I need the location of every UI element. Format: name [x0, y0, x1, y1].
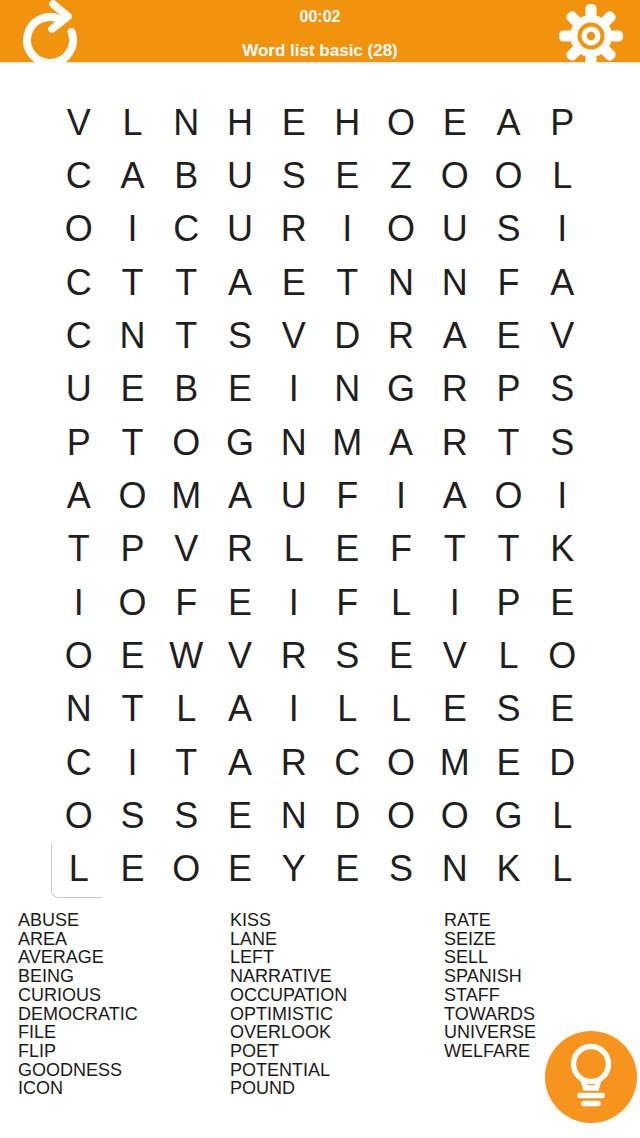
grid-cell[interactable]: P	[482, 363, 536, 416]
word-list-item: TOWARDS	[444, 1005, 536, 1024]
grid-cell[interactable]: A	[106, 149, 160, 202]
grid-cell[interactable]: A	[213, 469, 267, 522]
header-bar: 00:02 Word list basic (28)	[0, 0, 640, 62]
grid-cell[interactable]: E	[482, 736, 536, 789]
grid-cell[interactable]: R	[267, 736, 321, 789]
grid-cell[interactable]: L	[267, 523, 321, 576]
grid-cell[interactable]: I	[267, 683, 321, 736]
page-title: Word list basic (28)	[0, 41, 640, 61]
grid-cell[interactable]: V	[52, 96, 106, 149]
refresh-icon	[17, 68, 83, 83]
grid-cell[interactable]: Z	[374, 149, 428, 202]
word-list-item: WELFARE	[444, 1042, 536, 1061]
grid-cell[interactable]: L	[321, 683, 375, 736]
grid-cell[interactable]: R	[428, 363, 482, 416]
grid-cell[interactable]: I	[374, 469, 428, 522]
grid-cell[interactable]: E	[106, 629, 160, 682]
grid-cell[interactable]: L	[535, 843, 589, 896]
grid-cell[interactable]: P	[535, 96, 589, 149]
grid-cell[interactable]: O	[106, 576, 160, 629]
grid-cell[interactable]: C	[321, 736, 375, 789]
grid-cell[interactable]: E	[535, 683, 589, 736]
grid-cell[interactable]: C	[52, 309, 106, 362]
grid-cell[interactable]: N	[428, 256, 482, 309]
word-list-item: OCCUPATION	[230, 986, 347, 1005]
word-search-screen: 00:02 Word list basic (28)	[0, 0, 640, 1138]
grid-cell[interactable]: O	[374, 203, 428, 256]
grid-cell[interactable]: C	[52, 736, 106, 789]
grid-cell[interactable]: I	[106, 736, 160, 789]
grid-cell[interactable]: F	[321, 576, 375, 629]
grid-cell[interactable]: N	[267, 416, 321, 469]
grid-cell[interactable]: P	[106, 523, 160, 576]
grid-cell[interactable]: L	[535, 789, 589, 842]
grid-cell[interactable]: S	[535, 416, 589, 469]
grid-cell[interactable]: M	[428, 736, 482, 789]
word-list-item: OPTIMISTIC	[230, 1005, 347, 1024]
grid-cell[interactable]: T	[159, 736, 213, 789]
grid-cell[interactable]: O	[374, 789, 428, 842]
grid-cell[interactable]: N	[267, 789, 321, 842]
word-list-item: FLIP	[18, 1042, 138, 1061]
grid-cell[interactable]: N	[321, 363, 375, 416]
grid-cell[interactable]: H	[213, 96, 267, 149]
grid-cell[interactable]: L	[106, 96, 160, 149]
grid-cell[interactable]: F	[374, 523, 428, 576]
grid-cell[interactable]: S	[482, 203, 536, 256]
word-list-item: LANE	[230, 930, 347, 949]
grid-cell[interactable]: A	[428, 469, 482, 522]
grid-cell[interactable]: O	[428, 789, 482, 842]
word-list-item: POTENTIAL	[230, 1061, 347, 1080]
gear-icon	[553, 58, 629, 73]
grid-cell[interactable]: W	[159, 629, 213, 682]
grid-cell[interactable]: I	[267, 363, 321, 416]
grid-cell[interactable]: R	[374, 309, 428, 362]
word-list-item: AREA	[18, 930, 138, 949]
grid-cell[interactable]: P	[52, 416, 106, 469]
grid-cell[interactable]: K	[535, 523, 589, 576]
word-list-item: FILE	[18, 1023, 138, 1042]
grid-cell[interactable]: O	[52, 789, 106, 842]
grid-cell[interactable]: S	[213, 309, 267, 362]
word-list-item: UNIVERSE	[444, 1023, 536, 1042]
word-list-column: ABUSEAREAAVERAGEBEINGCURIOUSDEMOCRATICFI…	[18, 911, 138, 1098]
grid-cell[interactable]: U	[213, 203, 267, 256]
grid-cell[interactable]: U	[213, 149, 267, 202]
grid-cell[interactable]: L	[374, 683, 428, 736]
word-list-item: OVERLOOK	[230, 1023, 347, 1042]
grid-cell[interactable]: N	[428, 843, 482, 896]
grid-cell[interactable]: I	[106, 203, 160, 256]
grid-cell[interactable]: M	[321, 416, 375, 469]
grid-cell[interactable]: E	[213, 843, 267, 896]
grid-cell[interactable]: G	[213, 416, 267, 469]
grid-cell[interactable]: E	[321, 843, 375, 896]
grid-cell[interactable]: L	[535, 149, 589, 202]
settings-button[interactable]	[553, 0, 629, 70]
grid-cell[interactable]: E	[321, 149, 375, 202]
word-list-item: ICON	[18, 1079, 138, 1098]
grid-cell[interactable]: V	[213, 629, 267, 682]
grid-cell[interactable]: E	[482, 309, 536, 362]
grid-cell[interactable]: A	[213, 736, 267, 789]
word-list-item: KISS	[230, 911, 347, 930]
grid-cell[interactable]: R	[267, 203, 321, 256]
grid-cell[interactable]: D	[535, 736, 589, 789]
grid-cell[interactable]: O	[428, 149, 482, 202]
word-list-item: BEING	[18, 967, 138, 986]
grid-cell[interactable]: S	[321, 629, 375, 682]
grid-cell[interactable]: O	[52, 629, 106, 682]
grid-cell[interactable]: O	[52, 203, 106, 256]
grid-cell[interactable]: T	[159, 309, 213, 362]
grid-cell[interactable]: G	[374, 363, 428, 416]
grid-cell[interactable]: E	[213, 576, 267, 629]
word-list-item: SPANISH	[444, 967, 536, 986]
grid-cell[interactable]: K	[482, 843, 536, 896]
grid-cell[interactable]: S	[159, 789, 213, 842]
grid-cell[interactable]: O	[374, 736, 428, 789]
grid-cell[interactable]: A	[482, 96, 536, 149]
grid-cell[interactable]: B	[159, 363, 213, 416]
word-list-column: KISSLANELEFTNARRATIVEOCCUPATIONOPTIMISTI…	[230, 911, 347, 1098]
grid-cell[interactable]: I	[267, 576, 321, 629]
grid-cell[interactable]: R	[428, 416, 482, 469]
grid-cell[interactable]: U	[267, 469, 321, 522]
grid-cell[interactable]: S	[374, 843, 428, 896]
grid-cell[interactable]: S	[267, 149, 321, 202]
grid-cell[interactable]: S	[482, 683, 536, 736]
grid-cell[interactable]: C	[52, 256, 106, 309]
grid-cell[interactable]: E	[213, 789, 267, 842]
grid-cell[interactable]: A	[428, 309, 482, 362]
grid-cell[interactable]: U	[428, 203, 482, 256]
grid-cell[interactable]: Y	[267, 843, 321, 896]
grid-cell[interactable]: D	[321, 789, 375, 842]
grid-cell[interactable]: N	[374, 256, 428, 309]
grid-cell[interactable]: V	[428, 629, 482, 682]
grid-cell[interactable]: E	[106, 843, 160, 896]
grid-cell[interactable]: U	[52, 363, 106, 416]
grid-cell[interactable]: O	[106, 469, 160, 522]
grid-cell[interactable]: F	[159, 576, 213, 629]
grid-cell[interactable]: I	[535, 469, 589, 522]
grid-cell[interactable]: O	[159, 416, 213, 469]
word-list-item: GOODNESS	[18, 1061, 138, 1080]
word-list-item: AVERAGE	[18, 948, 138, 967]
hint-button[interactable]	[545, 1031, 637, 1123]
grid-cell[interactable]: V	[159, 523, 213, 576]
grid-cell[interactable]: N	[159, 96, 213, 149]
grid-cell[interactable]: T	[106, 256, 160, 309]
letter-grid: VLNHEHOEAPCABUSEZOOLOICURIOUSICTTAETNNFA…	[52, 96, 589, 896]
grid-cell[interactable]: P	[482, 576, 536, 629]
grid-cell[interactable]: S	[535, 363, 589, 416]
grid-cell[interactable]: E	[106, 363, 160, 416]
grid-cell[interactable]: I	[428, 576, 482, 629]
grid-cell[interactable]: T	[321, 256, 375, 309]
grid-cell[interactable]: T	[482, 523, 536, 576]
grid-cell[interactable]: A	[374, 416, 428, 469]
grid-cell[interactable]: L	[374, 576, 428, 629]
grid-cell[interactable]: N	[52, 683, 106, 736]
grid-cell[interactable]: F	[482, 256, 536, 309]
grid-cell[interactable]: H	[321, 96, 375, 149]
word-list-item: STAFF	[444, 986, 536, 1005]
word-list-item: POET	[230, 1042, 347, 1061]
grid-cell[interactable]: O	[159, 843, 213, 896]
grid-cell[interactable]: E	[267, 256, 321, 309]
grid-cell[interactable]: L	[159, 683, 213, 736]
grid-cell[interactable]: C	[52, 149, 106, 202]
grid-cell[interactable]: C	[159, 203, 213, 256]
partial-selection-outline	[51, 843, 102, 898]
grid-cell[interactable]: T	[428, 523, 482, 576]
timer: 00:02	[0, 8, 640, 26]
grid-cell[interactable]: O	[482, 469, 536, 522]
grid-cell[interactable]: A	[213, 256, 267, 309]
grid-cell[interactable]: E	[535, 576, 589, 629]
grid-cell[interactable]: O	[482, 149, 536, 202]
grid-cell[interactable]: T	[106, 416, 160, 469]
grid-cell[interactable]: T	[159, 256, 213, 309]
word-list-item: SELL	[444, 948, 536, 967]
word-list-item: SEIZE	[444, 930, 536, 949]
grid-cell[interactable]: T	[482, 416, 536, 469]
grid-cell[interactable]: O	[535, 629, 589, 682]
word-list-item: NARRATIVE	[230, 967, 347, 986]
grid-cell[interactable]: I	[52, 576, 106, 629]
grid-cell[interactable]: E	[374, 629, 428, 682]
word-list-item: DEMOCRATIC	[18, 1005, 138, 1024]
word-list-item: CURIOUS	[18, 986, 138, 1005]
grid-cell[interactable]: L	[482, 629, 536, 682]
grid-cell[interactable]: M	[159, 469, 213, 522]
grid-cell[interactable]: N	[106, 309, 160, 362]
grid-cell[interactable]: E	[428, 96, 482, 149]
grid-cell[interactable]: E	[213, 363, 267, 416]
word-list-item: POUND	[230, 1079, 347, 1098]
grid-cell[interactable]: R	[267, 629, 321, 682]
grid-cell[interactable]: F	[321, 469, 375, 522]
word-list-item: ABUSE	[18, 911, 138, 930]
grid-cell[interactable]: V	[535, 309, 589, 362]
grid-cell[interactable]: A	[535, 256, 589, 309]
grid-cell[interactable]: I	[321, 203, 375, 256]
grid-cell[interactable]: S	[106, 789, 160, 842]
word-list-item: RATE	[444, 911, 536, 930]
grid-cell[interactable]: O	[374, 96, 428, 149]
grid-cell[interactable]: G	[482, 789, 536, 842]
grid-cell[interactable]: A	[213, 683, 267, 736]
grid-cell[interactable]: D	[321, 309, 375, 362]
grid-cell[interactable]: A	[52, 469, 106, 522]
word-list-item: LEFT	[230, 948, 347, 967]
grid-cell[interactable]: V	[267, 309, 321, 362]
grid-cell[interactable]: R	[213, 523, 267, 576]
grid-cell[interactable]: E	[428, 683, 482, 736]
grid-cell[interactable]: B	[159, 149, 213, 202]
grid-cell[interactable]: T	[106, 683, 160, 736]
grid-cell[interactable]: E	[321, 523, 375, 576]
grid-cell[interactable]: T	[52, 523, 106, 576]
grid-cell[interactable]: E	[267, 96, 321, 149]
word-list-column: RATESEIZESELLSPANISHSTAFFTOWARDSUNIVERSE…	[444, 911, 536, 1061]
grid-cell[interactable]: I	[535, 203, 589, 256]
lightbulb-icon	[545, 1031, 637, 1123]
